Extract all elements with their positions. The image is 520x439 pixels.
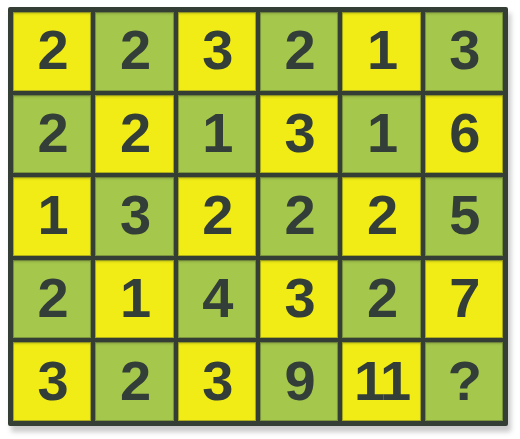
cell-number: 2 [38, 22, 67, 78]
cell-number: 3 [202, 353, 231, 409]
grid-cell: 2 [13, 12, 91, 91]
cell-number: 3 [202, 22, 231, 78]
grid-cell: 9 [260, 342, 338, 421]
grid-cell: 6 [425, 95, 503, 174]
cell-number: 11 [354, 353, 409, 409]
cell-number: 2 [367, 187, 396, 243]
cell-number: 2 [120, 22, 149, 78]
grid-cell: 3 [178, 342, 256, 421]
grid-cell: 1 [13, 177, 91, 256]
cell-number: 1 [367, 105, 396, 161]
cell-number: 2 [367, 270, 396, 326]
grid-cell: 1 [342, 12, 420, 91]
cell-number: 2 [285, 22, 314, 78]
cell-number: 2 [38, 105, 67, 161]
grid-cell: 3 [260, 260, 338, 339]
grid-cell: 3 [260, 95, 338, 174]
grid-cell: 2 [342, 260, 420, 339]
missing-value-mark: ? [448, 353, 480, 409]
grid-cell: 1 [178, 95, 256, 174]
cell-number: 1 [202, 105, 231, 161]
cell-number: 3 [38, 353, 67, 409]
cell-number: 4 [202, 270, 231, 326]
grid-cell: 3 [425, 12, 503, 91]
grid-cell: 4 [178, 260, 256, 339]
grid-cell: 5 [425, 177, 503, 256]
grid-cell: 2 [260, 177, 338, 256]
cell-number: 2 [120, 105, 149, 161]
grid-cell: 2 [178, 177, 256, 256]
grid-cell: 1 [95, 260, 173, 339]
grid-cell: 2 [342, 177, 420, 256]
grid-cell: 2 [13, 95, 91, 174]
cell-number: 6 [449, 105, 478, 161]
cell-number: 1 [120, 270, 149, 326]
grid-cell: 3 [13, 342, 91, 421]
cell-number: 2 [38, 270, 67, 326]
cell-number: 2 [202, 187, 231, 243]
grid-cell: 2 [260, 12, 338, 91]
grid-cell: 11 [342, 342, 420, 421]
grid-cell: 7 [425, 260, 503, 339]
grid-cell: 2 [95, 95, 173, 174]
grid-cell: 1 [342, 95, 420, 174]
cell-number: 3 [120, 187, 149, 243]
grid-cell: 2 [95, 342, 173, 421]
cell-number: 1 [38, 187, 67, 243]
cell-number: 3 [285, 270, 314, 326]
grid-cell: 3 [95, 177, 173, 256]
cell-number: 9 [285, 353, 314, 409]
cell-number: 2 [285, 187, 314, 243]
cell-number: 5 [449, 187, 478, 243]
puzzle-grid: 223213221316132225214327323911? [8, 7, 508, 426]
grid-cell: ? [425, 342, 503, 421]
grid-cell: 2 [13, 260, 91, 339]
cell-number: 3 [285, 105, 314, 161]
grid-cell: 2 [95, 12, 173, 91]
grid-cell: 3 [178, 12, 256, 91]
cell-number: 1 [367, 22, 396, 78]
cell-number: 2 [120, 353, 149, 409]
cell-number: 7 [449, 270, 478, 326]
cell-number: 3 [449, 22, 478, 78]
